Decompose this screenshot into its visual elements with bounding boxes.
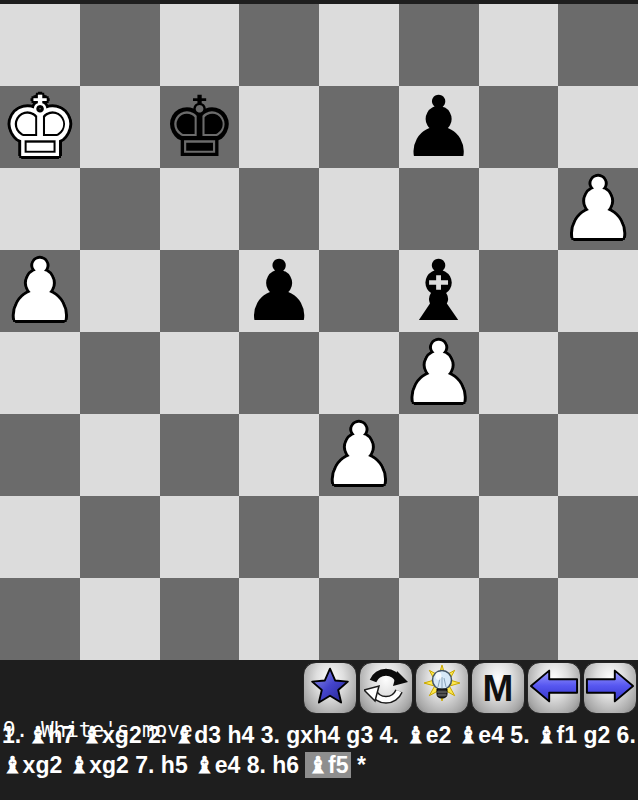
white-pawn[interactable]: ♟ [321,414,396,496]
square-d6[interactable] [239,168,319,250]
square-f8[interactable] [399,4,479,86]
square-b3[interactable] [80,414,160,496]
square-e8[interactable] [319,4,399,86]
square-e7[interactable] [319,86,399,168]
square-c8[interactable] [160,4,240,86]
square-e1[interactable] [319,578,399,660]
square-d4[interactable] [239,332,319,414]
square-h6[interactable]: ♟ [558,168,638,250]
black-bishop[interactable]: ♝ [401,250,476,332]
square-a6[interactable] [0,168,80,250]
hint-button[interactable] [415,662,469,714]
square-d8[interactable] [239,4,319,86]
square-f1[interactable] [399,578,479,660]
square-b4[interactable] [80,332,160,414]
white-king[interactable]: ♚ [2,86,77,168]
square-h5[interactable] [558,250,638,332]
square-g6[interactable] [479,168,559,250]
square-h7[interactable] [558,86,638,168]
square-d2[interactable] [239,496,319,578]
square-a7[interactable]: ♚ [0,86,80,168]
square-d7[interactable] [239,86,319,168]
square-a5[interactable]: ♟ [0,250,80,332]
square-h8[interactable] [558,4,638,86]
square-b7[interactable] [80,86,160,168]
square-h1[interactable] [558,578,638,660]
square-b2[interactable] [80,496,160,578]
square-d5[interactable]: ♟ [239,250,319,332]
square-c6[interactable] [160,168,240,250]
moves-button-label: M [483,670,514,707]
square-g1[interactable] [479,578,559,660]
black-pawn[interactable]: ♟ [241,250,316,332]
square-b8[interactable] [80,4,160,86]
square-b6[interactable] [80,168,160,250]
white-pawn[interactable]: ♟ [560,168,635,250]
refresh-button[interactable] [359,662,413,714]
square-d3[interactable] [239,414,319,496]
square-e4[interactable] [319,332,399,414]
right-arrow-icon [585,668,635,708]
square-e5[interactable] [319,250,399,332]
square-f7[interactable]: ♟ [399,86,479,168]
square-e3[interactable]: ♟ [319,414,399,496]
black-pawn[interactable]: ♟ [401,86,476,168]
square-g4[interactable] [479,332,559,414]
square-b5[interactable] [80,250,160,332]
status-line-move: 9. White's move [3,717,638,744]
back-button[interactable] [527,662,581,714]
forward-button[interactable] [583,662,637,714]
square-g5[interactable] [479,250,559,332]
chess-board: ♚♚♟♟♟♟♝♟♟ [0,4,638,660]
lightbulb-icon [419,663,465,713]
star-button[interactable] [303,662,357,714]
toolbar: M [303,662,637,714]
square-c1[interactable] [160,578,240,660]
square-h2[interactable] [558,496,638,578]
square-h3[interactable] [558,414,638,496]
moves-button[interactable]: M [471,662,525,714]
bottom-panel: 9. White's move (analyzing) [0,660,638,800]
square-g2[interactable] [479,496,559,578]
black-king[interactable]: ♚ [162,86,237,168]
square-a3[interactable] [0,414,80,496]
square-d1[interactable] [239,578,319,660]
square-a2[interactable] [0,496,80,578]
square-a1[interactable] [0,578,80,660]
status-row: 9. White's move (analyzing) [0,660,638,718]
square-c4[interactable] [160,332,240,414]
square-g3[interactable] [479,414,559,496]
square-f6[interactable] [399,168,479,250]
refresh-icon [364,664,408,712]
square-h4[interactable] [558,332,638,414]
star-icon [309,665,351,711]
left-arrow-icon [529,668,579,708]
white-pawn[interactable]: ♟ [2,250,77,332]
square-f4[interactable]: ♟ [399,332,479,414]
square-c7[interactable]: ♚ [160,86,240,168]
square-g8[interactable] [479,4,559,86]
square-a8[interactable] [0,4,80,86]
white-pawn[interactable]: ♟ [401,332,476,414]
square-e6[interactable] [319,168,399,250]
square-c3[interactable] [160,414,240,496]
square-c2[interactable] [160,496,240,578]
square-a4[interactable] [0,332,80,414]
square-b1[interactable] [80,578,160,660]
square-f3[interactable] [399,414,479,496]
square-f2[interactable] [399,496,479,578]
square-c5[interactable] [160,250,240,332]
square-e2[interactable] [319,496,399,578]
square-f5[interactable]: ♝ [399,250,479,332]
square-g7[interactable] [479,86,559,168]
